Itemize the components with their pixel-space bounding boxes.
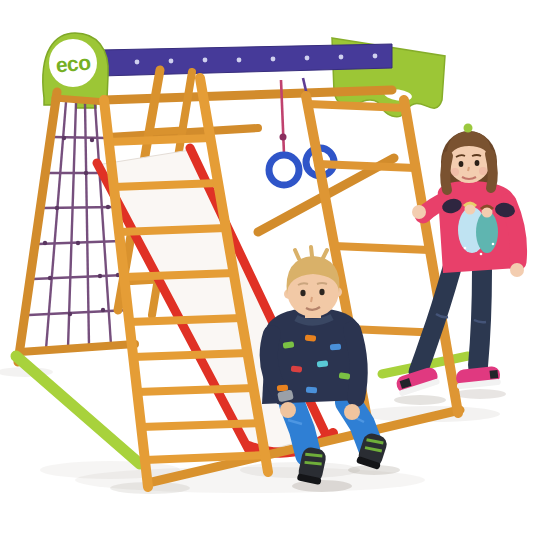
product-photo: eco xyxy=(0,0,536,536)
girl-right-leg xyxy=(478,270,482,366)
boy-right-hand xyxy=(344,404,360,420)
girl-left-hand xyxy=(412,205,426,219)
girl-right-shoe xyxy=(455,366,501,389)
ring-left xyxy=(269,155,299,185)
eco-logo-text: eco xyxy=(55,51,92,77)
playset-scene: eco xyxy=(0,0,536,536)
girl-right-hand xyxy=(510,263,524,277)
boy-left-hand xyxy=(280,402,296,418)
girl-hair-tie xyxy=(464,124,473,133)
